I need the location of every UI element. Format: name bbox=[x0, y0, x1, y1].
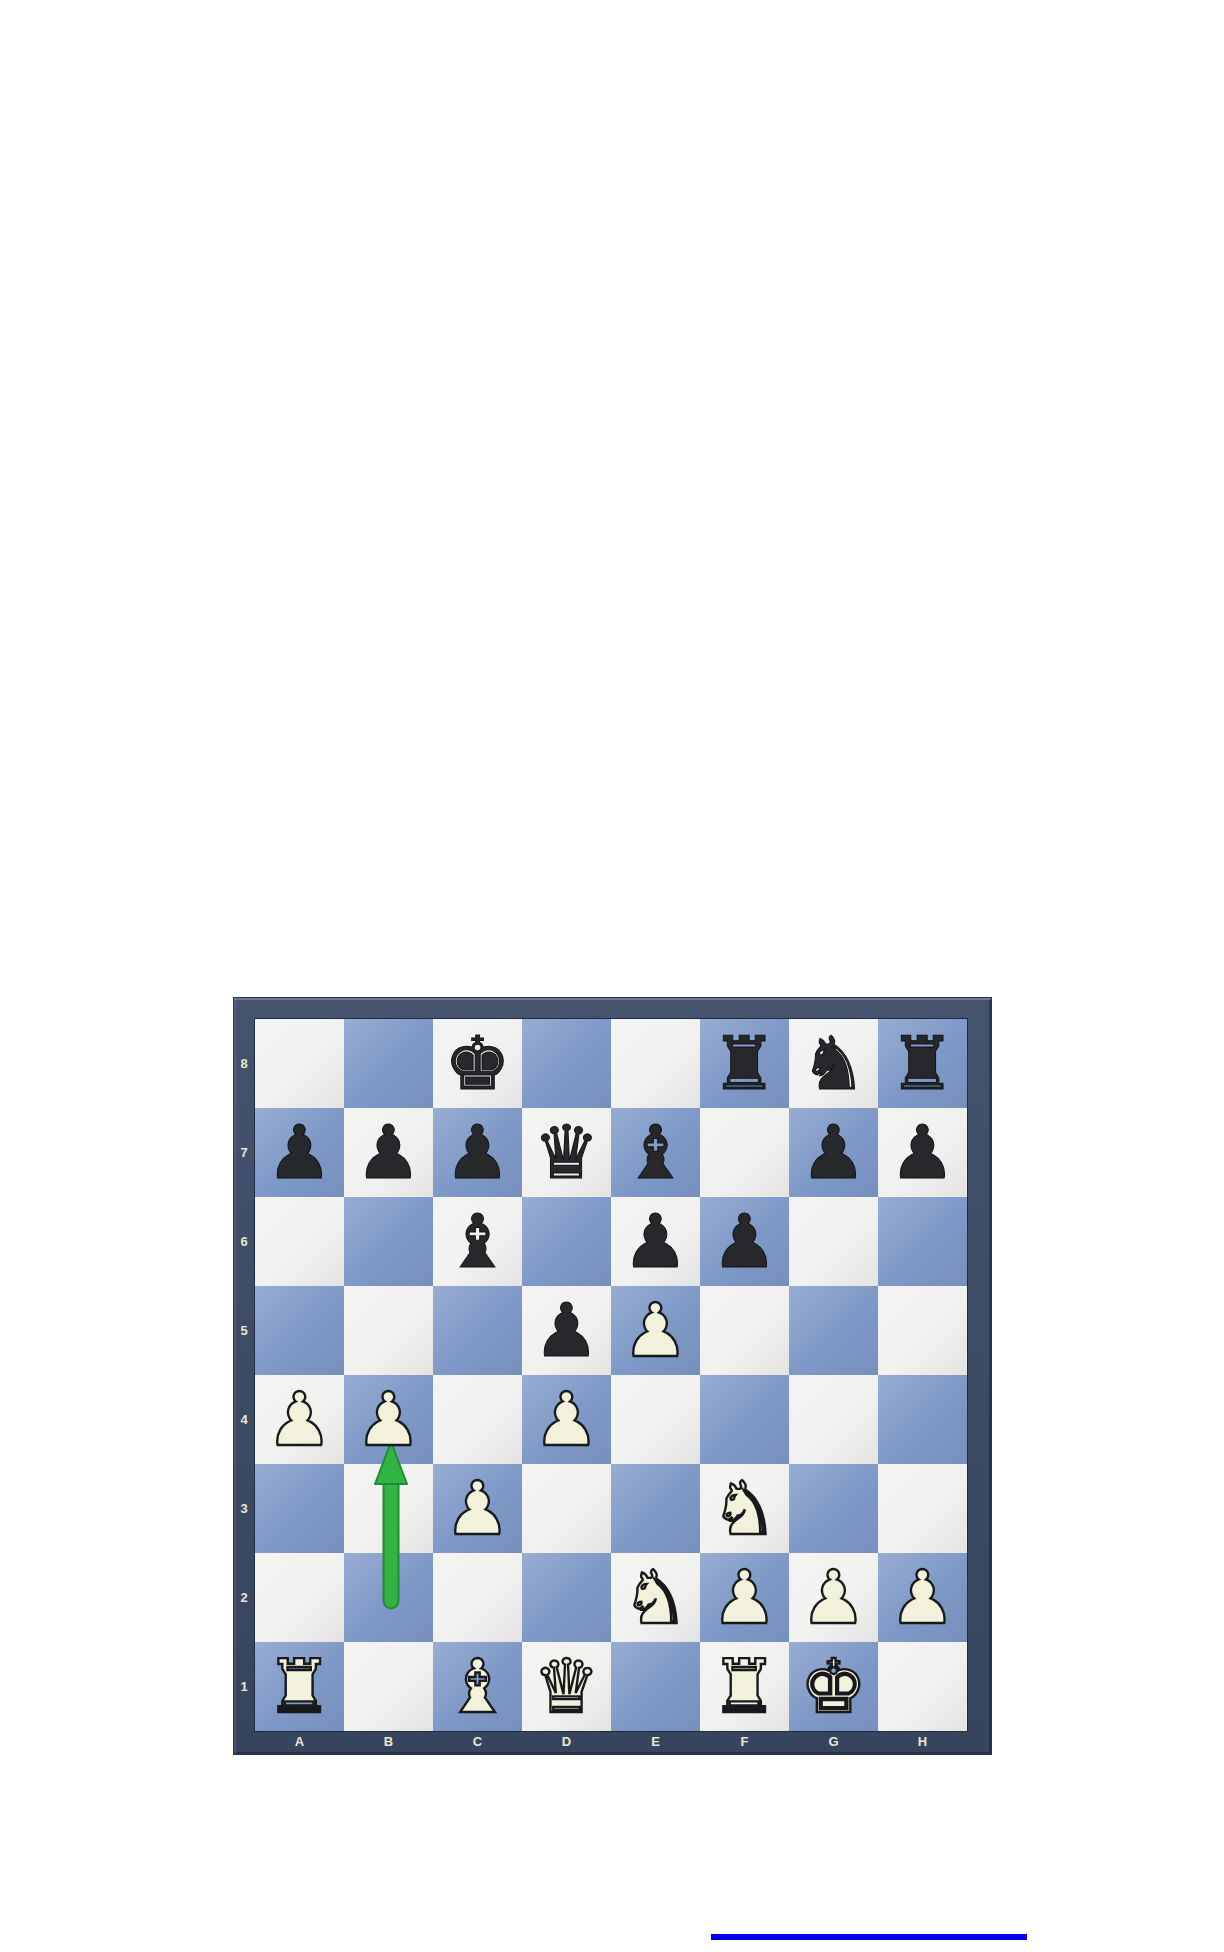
square-d2[interactable] bbox=[522, 1553, 611, 1642]
white-pawn[interactable]: ♟ bbox=[522, 1375, 611, 1464]
black-pawn[interactable]: ♟ bbox=[789, 1108, 878, 1197]
square-e4[interactable] bbox=[611, 1375, 700, 1464]
white-pawn[interactable]: ♟ bbox=[433, 1464, 522, 1553]
white-pawn[interactable]: ♟ bbox=[700, 1553, 789, 1642]
square-h6[interactable] bbox=[878, 1197, 967, 1286]
black-king[interactable]: ♚ bbox=[433, 1019, 522, 1108]
black-knight[interactable]: ♞ bbox=[789, 1019, 878, 1108]
square-h7[interactable]: ♟ bbox=[878, 1108, 967, 1197]
file-label: C bbox=[433, 1731, 522, 1755]
square-g6[interactable] bbox=[789, 1197, 878, 1286]
black-pawn[interactable]: ♟ bbox=[700, 1197, 789, 1286]
square-h5[interactable] bbox=[878, 1286, 967, 1375]
white-queen[interactable]: ♛ bbox=[522, 1642, 611, 1731]
file-label: H bbox=[878, 1731, 967, 1755]
link-underline[interactable] bbox=[711, 1934, 1027, 1940]
rank-label: 6 bbox=[233, 1197, 255, 1286]
square-g1[interactable]: ♚ bbox=[789, 1642, 878, 1731]
square-f3[interactable]: ♞ bbox=[700, 1464, 789, 1553]
square-d8[interactable] bbox=[522, 1019, 611, 1108]
white-knight[interactable]: ♞ bbox=[700, 1464, 789, 1553]
square-a7[interactable]: ♟ bbox=[255, 1108, 344, 1197]
file-label: E bbox=[611, 1731, 700, 1755]
square-d3[interactable] bbox=[522, 1464, 611, 1553]
black-pawn[interactable]: ♟ bbox=[522, 1286, 611, 1375]
black-queen[interactable]: ♛ bbox=[522, 1108, 611, 1197]
white-pawn[interactable]: ♟ bbox=[878, 1553, 967, 1642]
white-knight[interactable]: ♞ bbox=[611, 1553, 700, 1642]
square-g4[interactable] bbox=[789, 1375, 878, 1464]
file-labels: ABCDEFGH bbox=[255, 1731, 967, 1755]
square-c3[interactable]: ♟ bbox=[433, 1464, 522, 1553]
black-pawn[interactable]: ♟ bbox=[878, 1108, 967, 1197]
square-a8[interactable] bbox=[255, 1019, 344, 1108]
white-king[interactable]: ♚ bbox=[789, 1642, 878, 1731]
white-pawn[interactable]: ♟ bbox=[611, 1286, 700, 1375]
square-b6[interactable] bbox=[344, 1197, 433, 1286]
square-h4[interactable] bbox=[878, 1375, 967, 1464]
white-pawn[interactable]: ♟ bbox=[255, 1375, 344, 1464]
page: { "game": "chess", "position": { "fen": … bbox=[0, 0, 1224, 1952]
square-d1[interactable]: ♛ bbox=[522, 1642, 611, 1731]
square-h2[interactable]: ♟ bbox=[878, 1553, 967, 1642]
square-f6[interactable]: ♟ bbox=[700, 1197, 789, 1286]
black-rook[interactable]: ♜ bbox=[878, 1019, 967, 1108]
square-b3[interactable] bbox=[344, 1464, 433, 1553]
square-a2[interactable] bbox=[255, 1553, 344, 1642]
square-h3[interactable] bbox=[878, 1464, 967, 1553]
square-f4[interactable] bbox=[700, 1375, 789, 1464]
square-e1[interactable] bbox=[611, 1642, 700, 1731]
rank-label: 7 bbox=[233, 1108, 255, 1197]
square-b7[interactable]: ♟ bbox=[344, 1108, 433, 1197]
square-e8[interactable] bbox=[611, 1019, 700, 1108]
rank-label: 2 bbox=[233, 1553, 255, 1642]
rank-label: 4 bbox=[233, 1375, 255, 1464]
black-pawn[interactable]: ♟ bbox=[433, 1108, 522, 1197]
square-b4[interactable]: ♟ bbox=[344, 1375, 433, 1464]
square-g8[interactable]: ♞ bbox=[789, 1019, 878, 1108]
square-b8[interactable] bbox=[344, 1019, 433, 1108]
square-d7[interactable]: ♛ bbox=[522, 1108, 611, 1197]
square-e3[interactable] bbox=[611, 1464, 700, 1553]
square-c7[interactable]: ♟ bbox=[433, 1108, 522, 1197]
square-e2[interactable]: ♞ bbox=[611, 1553, 700, 1642]
square-c8[interactable]: ♚ bbox=[433, 1019, 522, 1108]
square-h1[interactable] bbox=[878, 1642, 967, 1731]
black-pawn[interactable]: ♟ bbox=[255, 1108, 344, 1197]
square-g7[interactable]: ♟ bbox=[789, 1108, 878, 1197]
file-label: A bbox=[255, 1731, 344, 1755]
rank-label: 8 bbox=[233, 1019, 255, 1108]
square-b1[interactable] bbox=[344, 1642, 433, 1731]
square-b2[interactable] bbox=[344, 1553, 433, 1642]
square-e5[interactable]: ♟ bbox=[611, 1286, 700, 1375]
square-f7[interactable] bbox=[700, 1108, 789, 1197]
square-a4[interactable]: ♟ bbox=[255, 1375, 344, 1464]
white-pawn[interactable]: ♟ bbox=[344, 1375, 433, 1464]
black-bishop[interactable]: ♝ bbox=[611, 1108, 700, 1197]
square-g5[interactable] bbox=[789, 1286, 878, 1375]
black-pawn[interactable]: ♟ bbox=[611, 1197, 700, 1286]
white-bishop[interactable]: ♝ bbox=[433, 1642, 522, 1731]
square-c5[interactable] bbox=[433, 1286, 522, 1375]
square-f2[interactable]: ♟ bbox=[700, 1553, 789, 1642]
square-b5[interactable] bbox=[344, 1286, 433, 1375]
file-label: D bbox=[522, 1731, 611, 1755]
rank-label: 3 bbox=[233, 1464, 255, 1553]
rank-label: 5 bbox=[233, 1286, 255, 1375]
square-d4[interactable]: ♟ bbox=[522, 1375, 611, 1464]
square-a3[interactable] bbox=[255, 1464, 344, 1553]
rank-labels: 87654321 bbox=[233, 1019, 255, 1731]
file-label: B bbox=[344, 1731, 433, 1755]
square-e7[interactable]: ♝ bbox=[611, 1108, 700, 1197]
black-rook[interactable]: ♜ bbox=[700, 1019, 789, 1108]
square-f5[interactable] bbox=[700, 1286, 789, 1375]
rank-label: 1 bbox=[233, 1642, 255, 1731]
square-f8[interactable]: ♜ bbox=[700, 1019, 789, 1108]
square-c4[interactable] bbox=[433, 1375, 522, 1464]
square-g3[interactable] bbox=[789, 1464, 878, 1553]
square-f1[interactable]: ♜ bbox=[700, 1642, 789, 1731]
square-g2[interactable]: ♟ bbox=[789, 1553, 878, 1642]
file-label: G bbox=[789, 1731, 878, 1755]
square-d6[interactable] bbox=[522, 1197, 611, 1286]
white-rook[interactable]: ♜ bbox=[700, 1642, 789, 1731]
square-a1[interactable]: ♜ bbox=[255, 1642, 344, 1731]
square-h8[interactable]: ♜ bbox=[878, 1019, 967, 1108]
square-a5[interactable] bbox=[255, 1286, 344, 1375]
white-pawn[interactable]: ♟ bbox=[789, 1553, 878, 1642]
square-d5[interactable]: ♟ bbox=[522, 1286, 611, 1375]
square-c6[interactable]: ♝ bbox=[433, 1197, 522, 1286]
black-pawn[interactable]: ♟ bbox=[344, 1108, 433, 1197]
white-rook[interactable]: ♜ bbox=[255, 1642, 344, 1731]
square-e6[interactable]: ♟ bbox=[611, 1197, 700, 1286]
board-grid[interactable]: ♚♜♞♜♟♟♟♛♝♟♟♝♟♟♟♟♟♟♟♟♞♞♟♟♟♜♝♛♜♚ bbox=[255, 1019, 967, 1731]
square-c1[interactable]: ♝ bbox=[433, 1642, 522, 1731]
file-label: F bbox=[700, 1731, 789, 1755]
black-bishop[interactable]: ♝ bbox=[433, 1197, 522, 1286]
square-a6[interactable] bbox=[255, 1197, 344, 1286]
square-c2[interactable] bbox=[433, 1553, 522, 1642]
